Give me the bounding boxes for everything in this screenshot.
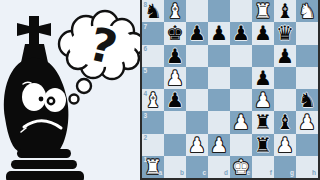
black-bishop-piece: ♝ xyxy=(274,111,296,133)
square-h8: ♞ xyxy=(296,0,318,22)
rank-label: 2 xyxy=(144,135,148,142)
square-g3: ♝ xyxy=(274,111,296,133)
rank-label: 5 xyxy=(144,68,148,75)
square-g1: g xyxy=(274,156,296,178)
white-pawn-piece: ♟ xyxy=(274,134,296,156)
file-label: g xyxy=(290,170,294,177)
square-a5: 5 xyxy=(142,67,164,89)
rank-label: 3 xyxy=(144,113,148,120)
black-pawn-piece: ♟ xyxy=(208,22,230,44)
square-a6: 6 xyxy=(142,45,164,67)
square-c7: ♟ xyxy=(186,22,208,44)
black-queen-piece: ♛ xyxy=(274,22,296,44)
square-e5 xyxy=(230,67,252,89)
square-f6 xyxy=(252,45,274,67)
square-b8: ♝ xyxy=(164,0,186,22)
rank-label: 7 xyxy=(144,24,148,31)
square-a7: 7 xyxy=(142,22,164,44)
square-h6 xyxy=(296,45,318,67)
square-b5: ♟ xyxy=(164,67,186,89)
white-king-piece: ♚ xyxy=(230,156,252,178)
cartoon-scene: ? xyxy=(0,0,140,180)
file-label: h xyxy=(312,170,316,177)
square-c3 xyxy=(186,111,208,133)
square-d2: ♟ xyxy=(208,134,230,156)
white-rook-piece: ♜ xyxy=(142,156,164,178)
square-e3: ♟ xyxy=(230,111,252,133)
square-h3: ♟ xyxy=(296,111,318,133)
square-h1: h xyxy=(296,156,318,178)
square-c6 xyxy=(186,45,208,67)
white-knight-piece: ♞ xyxy=(296,0,318,22)
square-f5: ♟ xyxy=(252,67,274,89)
square-g6: ♟ xyxy=(274,45,296,67)
square-g8: ♝ xyxy=(274,0,296,22)
king-base-ring-3 xyxy=(6,171,84,180)
thinking-king-panel: ? xyxy=(0,0,140,180)
thought-dot-small xyxy=(70,95,79,104)
white-bishop-piece: ♝ xyxy=(164,0,186,22)
white-pawn-piece: ♟ xyxy=(186,134,208,156)
square-d5 xyxy=(208,67,230,89)
square-c4 xyxy=(186,89,208,111)
square-g5 xyxy=(274,67,296,89)
white-pawn-piece: ♟ xyxy=(296,111,318,133)
black-knight-piece: ♞ xyxy=(142,0,164,22)
chess-board-frame: 8♞♝♜♝♞7♚♟♟♟♟♛6♟♟5♟♟4♝♟♟♞3♟♜♝♟2♟♟♜♟1a♜bcd… xyxy=(140,0,320,180)
square-f1: f xyxy=(252,156,274,178)
black-pawn-piece: ♟ xyxy=(252,67,274,89)
file-label: f xyxy=(270,170,272,177)
black-pawn-piece: ♟ xyxy=(274,45,296,67)
square-b4: ♟ xyxy=(164,89,186,111)
square-f8: ♜ xyxy=(252,0,274,22)
king-left-pupil xyxy=(39,97,44,102)
white-rook-piece: ♜ xyxy=(252,0,274,22)
square-c5 xyxy=(186,67,208,89)
square-e4 xyxy=(230,89,252,111)
square-c8 xyxy=(186,0,208,22)
black-pawn-piece: ♟ xyxy=(186,22,208,44)
square-e2 xyxy=(230,134,252,156)
black-pawn-piece: ♟ xyxy=(230,22,252,44)
black-bishop-piece: ♝ xyxy=(274,0,296,22)
square-e6 xyxy=(230,45,252,67)
square-g2: ♟ xyxy=(274,134,296,156)
chess-board: 8♞♝♜♝♞7♚♟♟♟♟♛6♟♟5♟♟4♝♟♟♞3♟♜♝♟2♟♟♜♟1a♜bcd… xyxy=(142,0,318,178)
square-d8 xyxy=(208,0,230,22)
square-a8: 8♞ xyxy=(142,0,164,22)
square-d6 xyxy=(208,45,230,67)
square-b3 xyxy=(164,111,186,133)
file-label: d xyxy=(224,170,228,177)
square-b1: b xyxy=(164,156,186,178)
black-king-piece: ♚ xyxy=(164,22,186,44)
king-left-eye xyxy=(22,83,46,111)
rank-label: 6 xyxy=(144,46,148,53)
square-h4: ♞ xyxy=(296,89,318,111)
square-h7 xyxy=(296,22,318,44)
square-h2 xyxy=(296,134,318,156)
black-pawn-piece: ♟ xyxy=(164,45,186,67)
file-label: c xyxy=(202,170,206,177)
white-pawn-piece: ♟ xyxy=(208,134,230,156)
square-b2 xyxy=(164,134,186,156)
black-rook-piece: ♜ xyxy=(252,134,274,156)
black-rook-piece: ♜ xyxy=(252,111,274,133)
white-bishop-piece: ♝ xyxy=(142,89,164,111)
square-e7: ♟ xyxy=(230,22,252,44)
square-a4: 4♝ xyxy=(142,89,164,111)
white-pawn-piece: ♟ xyxy=(252,89,274,111)
square-g4 xyxy=(274,89,296,111)
square-g7: ♛ xyxy=(274,22,296,44)
square-f3: ♜ xyxy=(252,111,274,133)
square-a3: 3 xyxy=(142,111,164,133)
king-base-ring-2 xyxy=(11,160,77,169)
square-b6: ♟ xyxy=(164,45,186,67)
square-e8 xyxy=(230,0,252,22)
square-f7: ♟ xyxy=(252,22,274,44)
square-d7: ♟ xyxy=(208,22,230,44)
square-a1: 1a♜ xyxy=(142,156,164,178)
square-f2: ♜ xyxy=(252,134,274,156)
king-cross-icon xyxy=(17,16,51,45)
white-pawn-piece: ♟ xyxy=(230,111,252,133)
square-b7: ♚ xyxy=(164,22,186,44)
thought-dot-large xyxy=(77,79,91,93)
square-c1: c xyxy=(186,156,208,178)
black-pawn-piece: ♟ xyxy=(164,89,186,111)
square-c2: ♟ xyxy=(186,134,208,156)
square-h5 xyxy=(296,67,318,89)
black-pawn-piece: ♟ xyxy=(252,22,274,44)
square-d1: d xyxy=(208,156,230,178)
white-pawn-piece: ♟ xyxy=(164,67,186,89)
file-label: b xyxy=(180,170,184,177)
black-knight-piece: ♞ xyxy=(296,89,318,111)
square-a2: 2 xyxy=(142,134,164,156)
square-e1: e♚ xyxy=(230,156,252,178)
chess-thumbnail: ? 8♞♝♜♝♞7♚♟♟♟♟♛6♟♟5♟♟4♝♟♟♞3♟♜♝♟2♟♟♜♟1a♜b… xyxy=(0,0,320,180)
king-base-ring-1 xyxy=(17,149,71,158)
square-f4: ♟ xyxy=(252,89,274,111)
square-d4 xyxy=(208,89,230,111)
square-d3 xyxy=(208,111,230,133)
